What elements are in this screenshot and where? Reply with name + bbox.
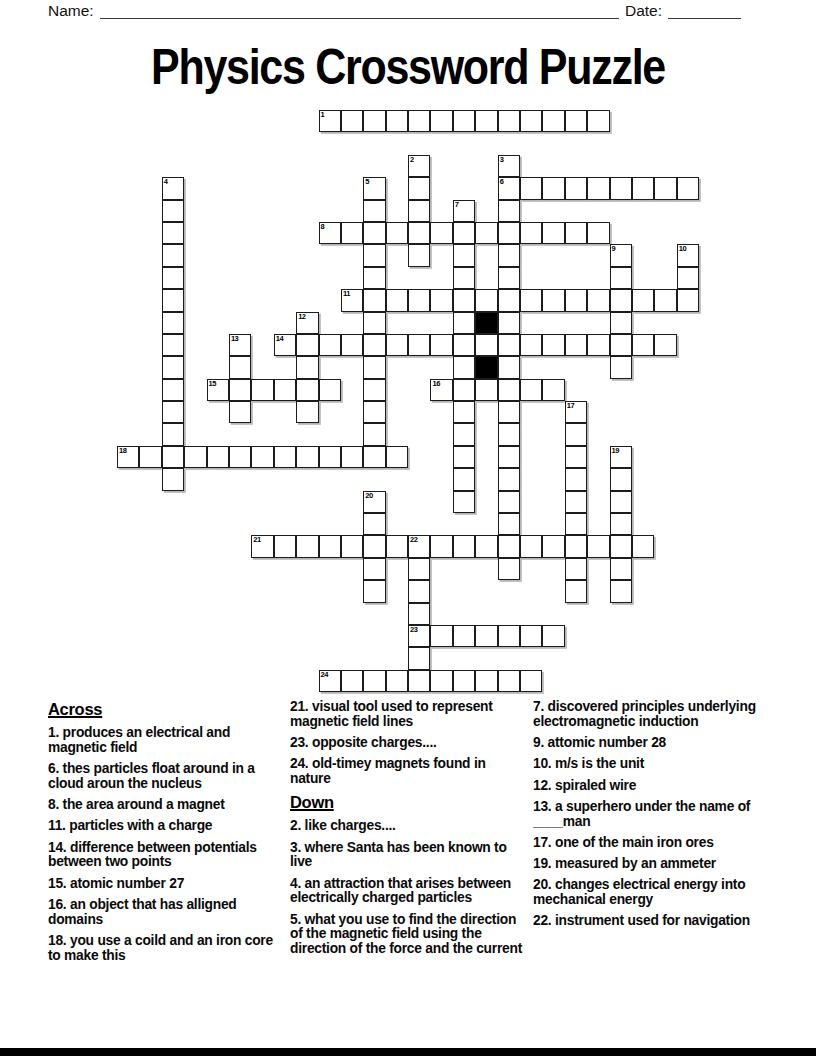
grid-cell[interactable] — [319, 535, 341, 557]
grid-cell[interactable]: 16 — [430, 379, 452, 401]
grid-cell[interactable] — [453, 423, 475, 445]
clue-item-number: 1. — [48, 725, 63, 740]
grid-cell[interactable] — [274, 446, 296, 468]
clue-item: 16. an object that has alligned domains — [48, 898, 283, 928]
grid-cell[interactable] — [363, 670, 385, 692]
grid-cell[interactable] — [632, 289, 654, 311]
grid-cell[interactable] — [229, 356, 251, 378]
grid-cell[interactable]: 5 — [363, 177, 385, 199]
clue-item: 24. old-timey magnets found in nature — [290, 757, 526, 787]
grid-cell[interactable] — [587, 110, 609, 132]
grid-cell[interactable] — [162, 356, 184, 378]
grid-cell[interactable] — [363, 558, 385, 580]
grid-cell[interactable] — [363, 312, 385, 334]
clue-item: 8. the area around a magnet — [48, 798, 283, 813]
clue-item-number: 5. — [290, 912, 305, 927]
grid-cell[interactable] — [363, 244, 385, 266]
grid-cell[interactable] — [498, 200, 520, 222]
grid-cell[interactable] — [587, 289, 609, 311]
grid-cell[interactable] — [475, 379, 497, 401]
clue-item: 14. difference between potentials betwee… — [48, 841, 283, 871]
grid-cell[interactable] — [587, 222, 609, 244]
clue-item: 4. an attraction that arises between ele… — [290, 877, 526, 907]
clue-item-number: 17. — [533, 835, 555, 850]
grid-cell[interactable]: 12 — [296, 312, 318, 334]
grid-cell[interactable] — [341, 535, 363, 557]
grid-cell[interactable] — [408, 200, 430, 222]
grid-cell[interactable] — [498, 446, 520, 468]
clue-item-number: 16. — [48, 897, 70, 912]
down-heading: Down — [290, 793, 526, 812]
clue-item: 6. thes particles float around in a clou… — [48, 762, 283, 792]
clue-item: 20. changes electrical energy into mecha… — [533, 878, 774, 908]
grid-cell[interactable] — [610, 558, 632, 580]
grid-cell[interactable] — [386, 222, 408, 244]
grid-cell[interactable] — [520, 110, 542, 132]
clue-item: 23. opposite charges.... — [290, 736, 526, 751]
grid-cell[interactable] — [408, 110, 430, 132]
grid-cell[interactable] — [408, 177, 430, 199]
clue-number: 11 — [343, 290, 350, 298]
grid-cell[interactable] — [587, 334, 609, 356]
grid-cell[interactable] — [430, 289, 452, 311]
grid-cell[interactable] — [363, 423, 385, 445]
grid-cell[interactable] — [408, 647, 430, 669]
grid-cell[interactable] — [363, 110, 385, 132]
grid-cell[interactable] — [408, 222, 430, 244]
grid-cell[interactable] — [520, 670, 542, 692]
grid-cell[interactable] — [453, 491, 475, 513]
grid-cell[interactable] — [430, 110, 452, 132]
grid-cell[interactable] — [386, 289, 408, 311]
grid-cell[interactable] — [565, 334, 587, 356]
name-input-line[interactable] — [100, 3, 619, 19]
clue-item-number: 23. — [290, 735, 312, 750]
grid-cell[interactable] — [453, 379, 475, 401]
grid-cell[interactable] — [542, 334, 564, 356]
clue-item: 1. produces an electrical and magnetic f… — [48, 726, 283, 756]
grid-cell[interactable] — [475, 110, 497, 132]
grid-cell[interactable] — [632, 535, 654, 557]
clue-item: 12. spiraled wire — [533, 779, 774, 794]
grid-cell[interactable]: 21 — [251, 535, 273, 557]
grid-cell[interactable] — [565, 110, 587, 132]
grid-cell[interactable]: 20 — [363, 491, 385, 513]
grid-cell[interactable] — [475, 222, 497, 244]
grid-cell[interactable] — [453, 312, 475, 334]
grid-cell[interactable] — [430, 334, 452, 356]
grid-cell[interactable] — [542, 535, 564, 557]
clue-item-number: 11. — [48, 818, 69, 833]
grid-cell[interactable] — [184, 446, 206, 468]
grid-cell[interactable] — [453, 334, 475, 356]
clue-item: 13. a superhero under the name of ____ma… — [533, 800, 774, 830]
grid-cell[interactable] — [520, 177, 542, 199]
grid-cell[interactable] — [610, 334, 632, 356]
grid-cell[interactable] — [610, 312, 632, 334]
grid-cell[interactable] — [565, 289, 587, 311]
grid-cell[interactable] — [453, 625, 475, 647]
clue-number: 4 — [164, 178, 168, 186]
grid-cell[interactable]: 18 — [117, 446, 139, 468]
clue-number: 23 — [410, 626, 417, 634]
grid-cell[interactable] — [408, 580, 430, 602]
clue-number: 15 — [209, 380, 216, 388]
grid-cell[interactable] — [296, 446, 318, 468]
clue-number: 20 — [365, 492, 372, 500]
grid-cell[interactable] — [475, 535, 497, 557]
clue-number: 22 — [410, 536, 417, 544]
grid-cell[interactable] — [610, 580, 632, 602]
grid-cell[interactable] — [229, 446, 251, 468]
grid-cell[interactable]: 19 — [610, 446, 632, 468]
down-clues-list-2: 7. discovered principles underlying elec… — [533, 700, 774, 929]
grid-cell[interactable] — [610, 468, 632, 490]
grid-cell[interactable] — [363, 356, 385, 378]
clue-item: 22. instrument used for navigation — [533, 914, 774, 929]
clue-number: 6 — [500, 178, 504, 186]
grid-cell[interactable] — [498, 312, 520, 334]
grid-cell[interactable] — [632, 334, 654, 356]
grid-cell[interactable] — [274, 379, 296, 401]
grid-cell[interactable]: 10 — [677, 244, 699, 266]
grid-cell[interactable] — [520, 289, 542, 311]
grid-cell[interactable] — [498, 670, 520, 692]
grid-cell[interactable] — [341, 446, 363, 468]
grid-cell[interactable] — [162, 401, 184, 423]
grid-cell[interactable]: 4 — [162, 177, 184, 199]
clue-column-1: Across 1. produces an electrical and mag… — [48, 700, 283, 970]
clue-number: 19 — [612, 447, 619, 455]
grid-cell[interactable] — [386, 535, 408, 557]
grid-cell[interactable]: 8 — [319, 222, 341, 244]
grid-cell[interactable] — [363, 334, 385, 356]
grid-cell[interactable] — [542, 222, 564, 244]
grid-cell[interactable] — [498, 423, 520, 445]
clue-item-number: 15. — [48, 876, 70, 891]
grid-cell[interactable] — [251, 379, 273, 401]
crossword-board: 123456789101112131415161718192021222324 — [117, 110, 699, 692]
clue-number: 9 — [612, 245, 616, 253]
clue-number: 1 — [321, 111, 325, 119]
grid-cell[interactable] — [610, 177, 632, 199]
grid-cell[interactable] — [408, 244, 430, 266]
grid-cell[interactable]: 11 — [341, 289, 363, 311]
grid-cell[interactable] — [610, 491, 632, 513]
grid-cell[interactable] — [475, 289, 497, 311]
clue-item: 21. visual tool used to represent magnet… — [290, 700, 526, 730]
grid-cell[interactable] — [520, 625, 542, 647]
grid-cell[interactable]: 6 — [498, 177, 520, 199]
grid-cell[interactable] — [319, 334, 341, 356]
grid-cell[interactable] — [565, 468, 587, 490]
clue-item-number: 2. — [290, 818, 305, 833]
grid-cell[interactable] — [162, 334, 184, 356]
clue-number: 18 — [119, 447, 126, 455]
grid-cell[interactable] — [386, 110, 408, 132]
black-cell — [475, 312, 497, 334]
grid-cell[interactable] — [610, 535, 632, 557]
grid-cell[interactable] — [162, 312, 184, 334]
grid-cell[interactable] — [520, 334, 542, 356]
grid-cell[interactable] — [520, 222, 542, 244]
grid-cell[interactable]: 7 — [453, 200, 475, 222]
grid-cell[interactable] — [162, 244, 184, 266]
grid-cell[interactable] — [162, 379, 184, 401]
clue-item: 5. what you use to find the direction of… — [290, 913, 526, 957]
grid-cell[interactable] — [162, 289, 184, 311]
grid-cell[interactable] — [520, 379, 542, 401]
grid-cell[interactable] — [498, 222, 520, 244]
clue-item-number: 6. — [48, 761, 63, 776]
black-cell — [475, 356, 497, 378]
grid-cell[interactable] — [565, 513, 587, 535]
grid-cell[interactable]: 13 — [229, 334, 251, 356]
across-clues-list-2: 21. visual tool used to represent magnet… — [290, 700, 526, 787]
grid-cell[interactable] — [430, 625, 452, 647]
clue-item-number: 9. — [533, 735, 548, 750]
page-title: Physics Crossword Puzzle — [57, 41, 759, 93]
grid-cell[interactable] — [610, 289, 632, 311]
clue-item-number: 20. — [533, 877, 555, 892]
grid-cell[interactable] — [341, 222, 363, 244]
clue-item-number: 4. — [290, 876, 305, 891]
grid-cell[interactable] — [296, 535, 318, 557]
grid-cell[interactable] — [542, 177, 564, 199]
grid-cell[interactable] — [363, 289, 385, 311]
grid-cell[interactable] — [162, 222, 184, 244]
grid-cell[interactable] — [565, 491, 587, 513]
clue-item: 19. measured by an ammeter — [533, 857, 774, 872]
clue-number: 3 — [500, 156, 504, 164]
grid-cell[interactable] — [475, 334, 497, 356]
grid-cell[interactable]: 23 — [408, 625, 430, 647]
grid-cell[interactable] — [498, 356, 520, 378]
clue-item: 9. attomic number 28 — [533, 736, 774, 751]
grid-cell[interactable] — [453, 670, 475, 692]
grid-cell[interactable] — [296, 401, 318, 423]
grid-cell[interactable] — [363, 446, 385, 468]
grid-cell[interactable] — [610, 513, 632, 535]
grid-cell[interactable] — [610, 356, 632, 378]
grid-cell[interactable] — [274, 535, 296, 557]
grid-cell[interactable]: 17 — [565, 401, 587, 423]
grid-cell[interactable] — [139, 446, 161, 468]
grid-cell[interactable] — [296, 379, 318, 401]
grid-cell[interactable] — [341, 334, 363, 356]
grid-cell[interactable] — [207, 446, 229, 468]
grid-cell[interactable] — [565, 558, 587, 580]
clue-item-number: 7. — [533, 699, 548, 714]
clue-item: 3. where Santa has been known to live — [290, 841, 526, 871]
clue-number: 17 — [567, 402, 574, 410]
clue-item-number: 24. — [290, 756, 312, 771]
footer-bar — [0, 1048, 816, 1056]
across-clues-list-1: 1. produces an electrical and magnetic f… — [48, 726, 283, 963]
grid-cell[interactable] — [386, 446, 408, 468]
grid-cell[interactable] — [610, 267, 632, 289]
grid-cell[interactable] — [319, 446, 341, 468]
grid-cell[interactable] — [677, 267, 699, 289]
grid-cell[interactable] — [453, 356, 475, 378]
grid-cell[interactable] — [341, 670, 363, 692]
grid-cell[interactable] — [520, 535, 542, 557]
grid-cell[interactable] — [453, 267, 475, 289]
clue-number: 8 — [321, 223, 325, 231]
grid-cell[interactable] — [229, 379, 251, 401]
grid-cell[interactable] — [430, 535, 452, 557]
grid-cell[interactable] — [408, 289, 430, 311]
clue-item-number: 18. — [48, 933, 70, 948]
grid-cell[interactable] — [453, 110, 475, 132]
grid-cell[interactable] — [542, 110, 564, 132]
clue-number: 16 — [432, 380, 439, 388]
clue-item: 10. m/s is the unit — [533, 757, 774, 772]
grid-cell[interactable] — [498, 625, 520, 647]
grid-cell[interactable] — [229, 401, 251, 423]
grid-cell[interactable] — [498, 334, 520, 356]
grid-cell[interactable] — [498, 558, 520, 580]
name-label: Name: — [48, 2, 94, 20]
grid-cell[interactable]: 14 — [274, 334, 296, 356]
grid-cell[interactable]: 9 — [610, 244, 632, 266]
grid-cell[interactable] — [498, 535, 520, 557]
grid-cell[interactable] — [363, 513, 385, 535]
grid-cell[interactable] — [251, 446, 273, 468]
grid-cell[interactable] — [587, 177, 609, 199]
grid-cell[interactable] — [654, 177, 676, 199]
grid-cell[interactable] — [162, 446, 184, 468]
date-label: Date: — [625, 2, 662, 20]
grid-cell[interactable]: 1 — [319, 110, 341, 132]
grid-cell[interactable] — [408, 603, 430, 625]
grid-cell[interactable] — [565, 580, 587, 602]
grid-cell[interactable] — [453, 446, 475, 468]
clue-item: 7. discovered principles underlying elec… — [533, 700, 774, 730]
grid-cell[interactable] — [498, 379, 520, 401]
clue-item-number: 21. — [290, 699, 312, 714]
clue-item: 15. atomic number 27 — [48, 877, 283, 892]
clue-number: 5 — [365, 178, 369, 186]
grid-cell[interactable]: 24 — [319, 670, 341, 692]
clue-number: 13 — [231, 335, 238, 343]
grid-cell[interactable] — [363, 222, 385, 244]
grid-cell[interactable] — [498, 244, 520, 266]
grid-cell[interactable] — [296, 334, 318, 356]
grid-cell[interactable] — [565, 535, 587, 557]
grid-cell[interactable] — [565, 423, 587, 445]
grid-cell[interactable] — [453, 535, 475, 557]
grid-cell[interactable] — [430, 222, 452, 244]
clue-item-number: 19. — [533, 856, 555, 871]
grid-cell[interactable] — [498, 267, 520, 289]
grid-cell[interactable] — [587, 535, 609, 557]
grid-cell[interactable] — [363, 580, 385, 602]
grid-cell[interactable] — [408, 558, 430, 580]
grid-cell[interactable] — [408, 334, 430, 356]
grid-cell[interactable] — [408, 670, 430, 692]
grid-cell[interactable] — [542, 625, 564, 647]
grid-cell[interactable]: 22 — [408, 535, 430, 557]
grid-cell[interactable] — [475, 625, 497, 647]
clue-item-number: 14. — [48, 840, 70, 855]
grid-cell[interactable] — [453, 289, 475, 311]
grid-cell[interactable] — [319, 379, 341, 401]
grid-cell[interactable] — [363, 200, 385, 222]
grid-cell[interactable]: 2 — [408, 155, 430, 177]
grid-cell[interactable] — [498, 110, 520, 132]
clues-section: Across 1. produces an electrical and mag… — [48, 700, 774, 970]
grid-cell[interactable] — [162, 468, 184, 490]
clue-item-number: 22. — [533, 913, 555, 928]
grid-cell[interactable] — [341, 110, 363, 132]
grid-cell[interactable] — [654, 334, 676, 356]
grid-cell[interactable] — [654, 289, 676, 311]
clue-item-number: 8. — [48, 797, 63, 812]
clue-item: 18. you use a coild and an iron core to … — [48, 934, 283, 964]
grid-cell[interactable] — [498, 468, 520, 490]
clue-number: 14 — [276, 335, 283, 343]
grid-cell[interactable] — [363, 401, 385, 423]
grid-cell[interactable] — [498, 401, 520, 423]
grid-cell[interactable] — [475, 670, 497, 692]
grid-cell[interactable] — [363, 267, 385, 289]
clue-item: 2. like charges.... — [290, 819, 526, 834]
clue-number: 21 — [253, 536, 260, 544]
grid-cell[interactable] — [498, 491, 520, 513]
clue-item-number: 10. — [533, 756, 555, 771]
header-row: Name: Date: — [48, 2, 741, 20]
grid-cell[interactable] — [498, 289, 520, 311]
grid-cell[interactable] — [542, 379, 564, 401]
clue-item-number: 13. — [533, 799, 555, 814]
clue-item: 11. particles with a charge — [48, 819, 283, 834]
grid-cell[interactable] — [677, 177, 699, 199]
clue-item: 17. one of the main iron ores — [533, 836, 774, 851]
grid-cell[interactable]: 3 — [498, 155, 520, 177]
grid-cell[interactable] — [162, 423, 184, 445]
grid-cell[interactable] — [162, 200, 184, 222]
grid-cell[interactable] — [632, 177, 654, 199]
grid-cell[interactable] — [296, 356, 318, 378]
clue-number: 10 — [679, 245, 686, 253]
clue-number: 12 — [298, 313, 305, 321]
date-input-line[interactable] — [668, 3, 741, 19]
grid-cell[interactable] — [430, 670, 452, 692]
clue-item-number: 12. — [533, 778, 555, 793]
across-heading: Across — [48, 700, 283, 719]
grid-cell[interactable] — [386, 334, 408, 356]
grid-cell[interactable]: 15 — [207, 379, 229, 401]
grid-cell[interactable] — [453, 244, 475, 266]
grid-cell[interactable] — [565, 222, 587, 244]
grid-cell[interactable] — [162, 267, 184, 289]
clue-number: 2 — [410, 156, 414, 164]
grid-cell[interactable] — [565, 177, 587, 199]
clue-column-3: 7. discovered principles underlying elec… — [533, 700, 774, 970]
grid-cell[interactable] — [453, 222, 475, 244]
clue-column-2: 21. visual tool used to represent magnet… — [290, 700, 526, 970]
grid-cell[interactable] — [677, 289, 699, 311]
grid-cell[interactable] — [453, 401, 475, 423]
grid-cell[interactable] — [542, 289, 564, 311]
grid-cell[interactable] — [453, 468, 475, 490]
grid-cell[interactable] — [498, 513, 520, 535]
grid-cell[interactable] — [363, 535, 385, 557]
grid-cell[interactable] — [565, 446, 587, 468]
grid-cell[interactable] — [363, 379, 385, 401]
grid-cell[interactable] — [386, 670, 408, 692]
